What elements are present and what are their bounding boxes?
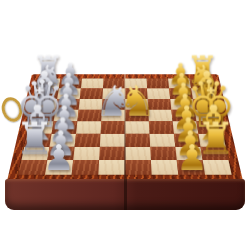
square-d3[interactable] [100, 134, 125, 147]
square-c3[interactable] [75, 134, 101, 147]
square-g1[interactable]: ♟ [177, 160, 205, 174]
square-f3[interactable] [149, 134, 175, 147]
square-d1[interactable] [98, 160, 125, 174]
piece-gold-pawn-g1[interactable]: ♟ [176, 141, 208, 175]
square-b1[interactable]: ♟ [45, 160, 73, 174]
square-c1[interactable] [72, 160, 99, 174]
board-frame: ♜♟♟♜♞♟♟♞♝♟♟♝♛♟♞♞♟♛♚♟♟♚♝♟♟♝♜♟♟♜♟♟ [7, 74, 243, 181]
chess-set-photo: ♜♟♟♜♞♟♟♞♝♟♟♝♛♟♞♞♟♛♚♟♟♚♝♟♟♝♜♟♟♜♟♟ [0, 0, 250, 250]
square-e1[interactable] [125, 160, 152, 174]
board-scene: ♜♟♟♜♞♟♟♞♝♟♟♝♛♟♞♞♟♛♚♟♟♚♝♟♟♝♜♟♟♜♟♟ [0, 0, 250, 250]
piece-gold-knight-e5[interactable]: ♞ [118, 81, 156, 121]
square-c2[interactable] [73, 146, 100, 160]
square-d4[interactable] [101, 121, 125, 133]
box-front-face [5, 179, 245, 210]
square-e5[interactable]: ♞ [125, 110, 149, 122]
square-e3[interactable] [125, 134, 150, 147]
square-e4[interactable] [125, 121, 149, 133]
piece-silver-pawn-b1[interactable]: ♟ [42, 141, 74, 175]
square-e2[interactable] [125, 146, 151, 160]
square-d2[interactable] [99, 146, 125, 160]
square-f4[interactable] [149, 121, 174, 133]
square-c4[interactable] [76, 121, 101, 133]
square-f1[interactable] [151, 160, 178, 174]
square-f2[interactable] [150, 146, 177, 160]
